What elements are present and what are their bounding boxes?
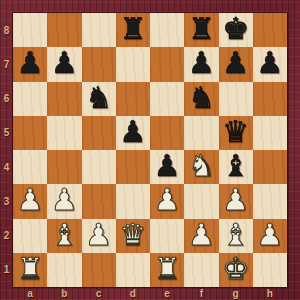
square-e3[interactable]: ♟ <box>150 184 184 218</box>
rank-label-5: 5 <box>0 116 13 150</box>
file-label-h: h <box>253 287 287 300</box>
square-e5[interactable] <box>150 116 184 150</box>
black-pawn[interactable]: ♟ <box>154 151 181 181</box>
black-knight[interactable]: ♞ <box>85 83 112 113</box>
square-c7[interactable] <box>82 47 116 81</box>
rank-label-4: 4 <box>0 150 13 184</box>
square-d1[interactable] <box>116 253 150 287</box>
rank-label-2: 2 <box>0 219 13 253</box>
square-g4[interactable]: ♝ <box>219 150 253 184</box>
square-a3[interactable]: ♟ <box>13 184 47 218</box>
rank-label-1: 1 <box>0 253 13 287</box>
square-h8[interactable] <box>253 13 287 47</box>
square-h3[interactable] <box>253 184 287 218</box>
black-pawn[interactable]: ♟ <box>119 117 146 147</box>
square-c6[interactable]: ♞ <box>82 82 116 116</box>
square-a2[interactable] <box>13 219 47 253</box>
black-queen[interactable]: ♛ <box>222 117 249 147</box>
square-a8[interactable] <box>13 13 47 47</box>
square-b6[interactable] <box>47 82 81 116</box>
white-pawn[interactable]: ♟ <box>256 220 283 250</box>
square-h5[interactable] <box>253 116 287 150</box>
black-bishop[interactable]: ♝ <box>222 151 249 181</box>
white-bishop[interactable]: ♝ <box>222 220 249 250</box>
square-f4[interactable]: ♞ <box>184 150 218 184</box>
square-h1[interactable] <box>253 253 287 287</box>
square-c3[interactable] <box>82 184 116 218</box>
black-knight[interactable]: ♞ <box>188 83 215 113</box>
square-d8[interactable]: ♜ <box>116 13 150 47</box>
square-b1[interactable] <box>47 253 81 287</box>
square-c8[interactable] <box>82 13 116 47</box>
white-pawn[interactable]: ♟ <box>17 185 44 215</box>
black-pawn[interactable]: ♟ <box>51 48 78 78</box>
chess-board-frame: ♜♜♚♟♟♟♟♟♞♞♟♛♟♞♝♟♟♟♟♝♟♛♟♝♟♜♜♚ 87654321abc… <box>0 0 300 300</box>
square-g3[interactable]: ♟ <box>219 184 253 218</box>
square-f5[interactable] <box>184 116 218 150</box>
square-a4[interactable] <box>13 150 47 184</box>
square-d4[interactable] <box>116 150 150 184</box>
square-h4[interactable] <box>253 150 287 184</box>
square-b4[interactable] <box>47 150 81 184</box>
black-rook[interactable]: ♜ <box>119 14 146 44</box>
square-e6[interactable] <box>150 82 184 116</box>
white-pawn[interactable]: ♟ <box>85 220 112 250</box>
square-c5[interactable] <box>82 116 116 150</box>
square-d2[interactable]: ♛ <box>116 219 150 253</box>
square-b2[interactable]: ♝ <box>47 219 81 253</box>
square-e7[interactable] <box>150 47 184 81</box>
square-f2[interactable]: ♟ <box>184 219 218 253</box>
white-pawn[interactable]: ♟ <box>222 185 249 215</box>
white-rook[interactable]: ♜ <box>154 254 181 284</box>
square-g1[interactable]: ♚ <box>219 253 253 287</box>
square-c1[interactable] <box>82 253 116 287</box>
square-f7[interactable]: ♟ <box>184 47 218 81</box>
file-label-d: d <box>116 287 150 300</box>
square-b3[interactable]: ♟ <box>47 184 81 218</box>
square-b7[interactable]: ♟ <box>47 47 81 81</box>
square-h6[interactable] <box>253 82 287 116</box>
square-g5[interactable]: ♛ <box>219 116 253 150</box>
square-f6[interactable]: ♞ <box>184 82 218 116</box>
black-pawn[interactable]: ♟ <box>17 48 44 78</box>
white-queen[interactable]: ♛ <box>119 220 146 250</box>
square-h2[interactable]: ♟ <box>253 219 287 253</box>
square-d5[interactable]: ♟ <box>116 116 150 150</box>
black-king[interactable]: ♚ <box>222 14 249 44</box>
square-c2[interactable]: ♟ <box>82 219 116 253</box>
square-h7[interactable]: ♟ <box>253 47 287 81</box>
square-g2[interactable]: ♝ <box>219 219 253 253</box>
square-a7[interactable]: ♟ <box>13 47 47 81</box>
square-e2[interactable] <box>150 219 184 253</box>
square-d7[interactable] <box>116 47 150 81</box>
white-king[interactable]: ♚ <box>222 254 249 284</box>
white-bishop[interactable]: ♝ <box>51 220 78 250</box>
square-d3[interactable] <box>116 184 150 218</box>
square-e1[interactable]: ♜ <box>150 253 184 287</box>
chess-board: ♜♜♚♟♟♟♟♟♞♞♟♛♟♞♝♟♟♟♟♝♟♛♟♝♟♜♜♚ <box>13 13 287 287</box>
square-g8[interactable]: ♚ <box>219 13 253 47</box>
rank-label-8: 8 <box>0 13 13 47</box>
white-pawn[interactable]: ♟ <box>51 185 78 215</box>
square-e4[interactable]: ♟ <box>150 150 184 184</box>
square-f8[interactable]: ♜ <box>184 13 218 47</box>
file-label-a: a <box>13 287 47 300</box>
file-label-c: c <box>82 287 116 300</box>
square-e8[interactable] <box>150 13 184 47</box>
square-f3[interactable] <box>184 184 218 218</box>
black-pawn[interactable]: ♟ <box>222 48 249 78</box>
rank-label-3: 3 <box>0 184 13 218</box>
white-pawn[interactable]: ♟ <box>188 220 215 250</box>
square-g6[interactable] <box>219 82 253 116</box>
square-a1[interactable]: ♜ <box>13 253 47 287</box>
square-b8[interactable] <box>47 13 81 47</box>
square-a5[interactable] <box>13 116 47 150</box>
black-pawn[interactable]: ♟ <box>188 48 215 78</box>
white-rook[interactable]: ♜ <box>17 254 44 284</box>
file-label-g: g <box>219 287 253 300</box>
rank-label-6: 6 <box>0 82 13 116</box>
square-b5[interactable] <box>47 116 81 150</box>
square-f1[interactable] <box>184 253 218 287</box>
black-rook[interactable]: ♜ <box>188 14 215 44</box>
square-g7[interactable]: ♟ <box>219 47 253 81</box>
file-label-e: e <box>150 287 184 300</box>
white-pawn[interactable]: ♟ <box>154 185 181 215</box>
white-knight[interactable]: ♞ <box>188 151 215 181</box>
square-d6[interactable] <box>116 82 150 116</box>
file-label-b: b <box>47 287 81 300</box>
rank-label-7: 7 <box>0 47 13 81</box>
square-a6[interactable] <box>13 82 47 116</box>
square-c4[interactable] <box>82 150 116 184</box>
black-pawn[interactable]: ♟ <box>256 48 283 78</box>
file-label-f: f <box>184 287 218 300</box>
